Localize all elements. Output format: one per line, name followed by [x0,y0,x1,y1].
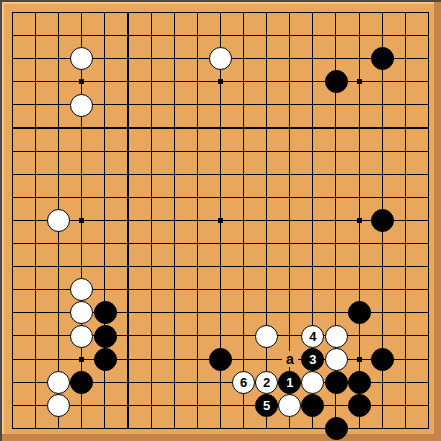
stone-white-P4 [325,348,348,371]
star-point-D4 [79,357,84,362]
stone-black-Q3 [348,371,371,394]
stone-black-P16 [325,70,348,93]
stone-white-M5 [255,325,278,348]
stone-black-P3 [325,371,348,394]
point-label-a: a [282,351,298,367]
stone-black-K4 [209,348,232,371]
stone-white-C2 [47,394,70,417]
stone-white-C3 [47,371,70,394]
move-number-2: 2 [263,376,270,389]
stone-black-M2: 5 [255,394,278,417]
move-number-4: 4 [309,330,316,343]
star-point-K10 [218,218,223,223]
stone-white-P5 [325,325,348,348]
stone-black-E4 [94,348,117,371]
stone-black-R10 [371,209,394,232]
move-number-5: 5 [263,399,270,412]
stone-white-D6 [70,301,93,324]
stone-white-N2 [278,394,301,417]
stone-white-O3 [301,371,324,394]
star-point-Q10 [357,218,362,223]
stone-white-C10 [47,209,70,232]
stone-black-P1 [325,417,348,440]
stone-black-D3 [70,371,93,394]
stone-white-D15 [70,94,93,117]
star-point-D10 [79,218,84,223]
move-number-1: 1 [286,376,293,389]
star-point-K16 [218,79,223,84]
go-board-frame: a462315 [0,0,441,441]
stone-black-E6 [94,301,117,324]
stone-black-Q2 [348,394,371,417]
stone-black-O4: 3 [301,348,324,371]
stone-black-E5 [94,325,117,348]
stone-black-R17 [371,47,394,70]
star-point-Q16 [357,79,362,84]
stone-black-N3: 1 [278,371,301,394]
move-number-3: 3 [309,353,316,366]
stone-white-M3: 2 [255,371,278,394]
star-point-D16 [79,79,84,84]
stone-white-D17 [70,47,93,70]
stone-white-D7 [70,278,93,301]
move-number-6: 6 [240,376,247,389]
stone-white-O5: 4 [301,325,324,348]
stone-black-O2 [301,394,324,417]
stone-black-R4 [371,348,394,371]
stone-black-Q6 [348,301,371,324]
go-board-grid: a462315 [1,1,440,440]
stone-white-K17 [209,47,232,70]
stone-white-D5 [70,325,93,348]
stone-white-L3: 6 [232,371,255,394]
star-point-Q4 [357,357,362,362]
